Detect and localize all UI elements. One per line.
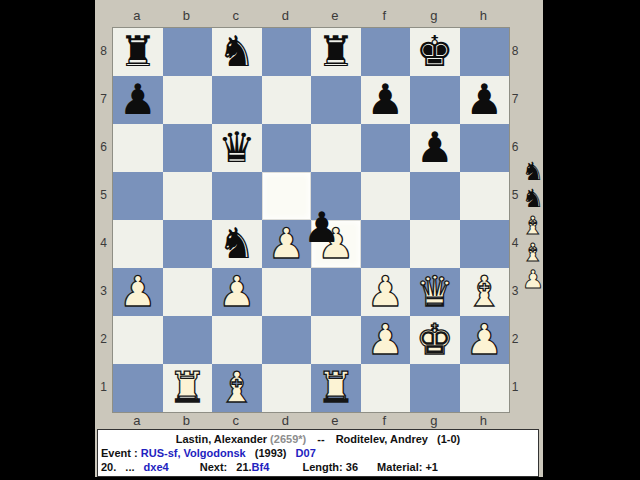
white-queen-g3[interactable]: ♛: [416, 268, 454, 316]
square-g2[interactable]: ♚: [410, 316, 460, 364]
square-e1[interactable]: ♜: [311, 364, 361, 412]
square-d6[interactable]: [262, 124, 312, 172]
eco-code: D07: [296, 447, 316, 459]
move-dots: ...: [125, 461, 134, 473]
square-g7[interactable]: [410, 76, 460, 124]
square-b7[interactable]: [163, 76, 213, 124]
file-label-e: e: [310, 8, 360, 23]
file-label-h: h: [459, 413, 509, 428]
black-rook-a8[interactable]: ♜: [119, 28, 157, 76]
square-e3[interactable]: [311, 268, 361, 316]
material-imbalance-tray: ♞♞♝♝♟: [518, 158, 548, 293]
white-king-g2[interactable]: ♚: [416, 316, 454, 364]
file-label-c: c: [211, 413, 261, 428]
black-pawn-h7[interactable]: ♟: [465, 76, 503, 124]
white-bishop-c1[interactable]: ♝: [218, 364, 256, 412]
square-a6[interactable]: [113, 124, 163, 172]
square-h4[interactable]: [460, 220, 510, 268]
square-d8[interactable]: [262, 28, 312, 76]
file-label-c: c: [211, 8, 261, 23]
square-b6[interactable]: [163, 124, 213, 172]
white-pawn-e4[interactable]: ♟: [317, 220, 355, 268]
rank-label-2: 2: [509, 315, 521, 363]
file-label-d: d: [261, 8, 311, 23]
file-label-g: g: [409, 413, 459, 428]
black-king-g8[interactable]: ♚: [416, 28, 454, 76]
square-f1[interactable]: [361, 364, 411, 412]
next-move-number: 21.: [236, 461, 251, 473]
white-pawn-f2[interactable]: ♟: [366, 316, 404, 364]
file-label-f: f: [360, 8, 410, 23]
square-e7[interactable]: [311, 76, 361, 124]
file-label-f: f: [360, 413, 410, 428]
square-c8[interactable]: ♞: [212, 28, 262, 76]
white-bishop-h3[interactable]: ♝: [465, 268, 503, 316]
square-a2[interactable]: [113, 316, 163, 364]
square-e4[interactable]: ♟: [311, 220, 361, 268]
event-line: Event : RUS-sf, Volgodonsk (1993) D07: [101, 446, 535, 460]
rank-label-7: 7: [95, 75, 112, 123]
square-f8[interactable]: [361, 28, 411, 76]
black-knight-c4[interactable]: ♞: [218, 220, 256, 268]
square-h6[interactable]: [460, 124, 510, 172]
white-pawn-a3[interactable]: ♟: [119, 268, 157, 316]
square-h1[interactable]: [460, 364, 510, 412]
game-result: (1-0): [437, 433, 460, 445]
square-a1[interactable]: [113, 364, 163, 412]
square-d5[interactable]: [262, 172, 312, 220]
square-b4[interactable]: [163, 220, 213, 268]
square-h2[interactable]: ♟: [460, 316, 510, 364]
rank-label-8: 8: [509, 27, 521, 75]
square-d3[interactable]: [262, 268, 312, 316]
square-g5[interactable]: [410, 172, 460, 220]
file-label-b: b: [162, 413, 212, 428]
tray-white-bishop-3: ♝: [522, 212, 544, 239]
square-h5[interactable]: [460, 172, 510, 220]
chess-board: ♜♞♜♚♟♟♟♛♟♞♟♟♟♟♟♛♝♟♚♟♜♝♜♟: [112, 27, 510, 413]
file-label-b: b: [162, 8, 212, 23]
square-h3[interactable]: ♝: [460, 268, 510, 316]
square-e6[interactable]: [311, 124, 361, 172]
white-player-name: Lastin, Alexander: [176, 433, 267, 445]
tray-white-pawn-5: ♟: [522, 266, 544, 293]
file-label-a: a: [112, 413, 162, 428]
rank-label-4: 4: [95, 219, 112, 267]
square-b5[interactable]: [163, 172, 213, 220]
square-d1[interactable]: [262, 364, 312, 412]
black-player-name: Roditelev, Andrey: [336, 433, 428, 445]
length-value: 36: [346, 461, 358, 473]
white-rook-e1[interactable]: ♜: [317, 364, 355, 412]
square-e8[interactable]: ♜: [311, 28, 361, 76]
square-b3[interactable]: [163, 268, 213, 316]
rank-label-3: 3: [95, 267, 112, 315]
last-move[interactable]: dxe4: [144, 461, 169, 473]
rank-label-6: 6: [95, 123, 112, 171]
rank-label-7: 7: [509, 75, 521, 123]
players-separator: --: [317, 433, 324, 445]
white-player-rating: (2659*): [270, 433, 306, 445]
length-label: Length:: [302, 461, 342, 473]
material-label: Material:: [377, 461, 422, 473]
square-f6[interactable]: [361, 124, 411, 172]
square-a5[interactable]: [113, 172, 163, 220]
next-label: Next:: [200, 461, 228, 473]
black-queen-c6[interactable]: ♛: [218, 124, 256, 172]
square-f7[interactable]: ♟: [361, 76, 411, 124]
square-f5[interactable]: [361, 172, 411, 220]
black-rook-e8[interactable]: ♜: [317, 28, 355, 76]
square-a4[interactable]: [113, 220, 163, 268]
square-h7[interactable]: ♟: [460, 76, 510, 124]
square-f4[interactable]: [361, 220, 411, 268]
rank-label-5: 5: [95, 171, 112, 219]
square-g8[interactable]: ♚: [410, 28, 460, 76]
square-h8[interactable]: [460, 28, 510, 76]
square-d2[interactable]: [262, 316, 312, 364]
square-c3[interactable]: ♟: [212, 268, 262, 316]
square-a8[interactable]: ♜: [113, 28, 163, 76]
event-label: Event :: [101, 447, 138, 459]
square-b2[interactable]: [163, 316, 213, 364]
file-label-a: a: [112, 8, 162, 23]
square-c4[interactable]: ♞: [212, 220, 262, 268]
square-c7[interactable]: [212, 76, 262, 124]
square-g6[interactable]: ♟: [410, 124, 460, 172]
file-labels-bottom: abcdefgh: [112, 412, 508, 428]
square-c6[interactable]: ♛: [212, 124, 262, 172]
black-knight-c8[interactable]: ♞: [218, 28, 256, 76]
square-f3[interactable]: ♟: [361, 268, 411, 316]
rank-labels-left: 87654321: [95, 27, 112, 411]
file-label-h: h: [459, 8, 509, 23]
white-pawn-h2[interactable]: ♟: [465, 316, 503, 364]
square-d4[interactable]: ♟: [262, 220, 312, 268]
event-year: (1993): [255, 447, 287, 459]
square-c2[interactable]: [212, 316, 262, 364]
square-b1[interactable]: ♜: [163, 364, 213, 412]
rank-label-1: 1: [95, 363, 112, 411]
white-pawn-c3[interactable]: ♟: [218, 268, 256, 316]
chess-app-screen: abcdefgh 87654321 ♜♞♜♚♟♟♟♛♟♞♟♟♟♟♟♛♝♟♚♟♜♝…: [0, 0, 640, 480]
square-d7[interactable]: [262, 76, 312, 124]
black-pawn-a7[interactable]: ♟: [119, 76, 157, 124]
black-pawn-g6[interactable]: ♟: [416, 124, 454, 172]
black-pawn-f7[interactable]: ♟: [366, 76, 404, 124]
square-e2[interactable]: [311, 316, 361, 364]
white-pawn-f3[interactable]: ♟: [366, 268, 404, 316]
rank-label-2: 2: [95, 315, 112, 363]
file-label-e: e: [310, 413, 360, 428]
next-move[interactable]: Bf4: [252, 461, 270, 473]
event-name: RUS-sf, Volgodonsk: [141, 447, 246, 459]
square-a3[interactable]: ♟: [113, 268, 163, 316]
square-c1[interactable]: ♝: [212, 364, 262, 412]
file-labels-top: abcdefgh: [112, 0, 508, 27]
file-label-d: d: [261, 413, 311, 428]
file-label-g: g: [409, 8, 459, 23]
square-g3[interactable]: ♛: [410, 268, 460, 316]
material-value: +1: [425, 461, 438, 473]
tray-white-bishop-4: ♝: [522, 239, 544, 266]
tray-black-knight-1: ♞: [522, 158, 544, 185]
square-e5[interactable]: [311, 172, 361, 220]
board-area: abcdefgh 87654321 ♜♞♜♚♟♟♟♛♟♞♟♟♟♟♟♛♝♟♚♟♜♝…: [95, 0, 543, 480]
rank-label-8: 8: [95, 27, 112, 75]
square-b8[interactable]: [163, 28, 213, 76]
move-number: 20.: [101, 461, 116, 473]
square-c5[interactable]: [212, 172, 262, 220]
white-rook-b1[interactable]: ♜: [168, 364, 206, 412]
square-g1[interactable]: [410, 364, 460, 412]
square-g4[interactable]: [410, 220, 460, 268]
move-line: 20. ... dxe4 Next: 21.Bf4 Length: 36 Mat…: [101, 460, 535, 474]
square-a7[interactable]: ♟: [113, 76, 163, 124]
white-pawn-d4[interactable]: ♟: [267, 220, 305, 268]
tray-black-knight-2: ♞: [522, 185, 544, 212]
square-f2[interactable]: ♟: [361, 316, 411, 364]
rank-label-1: 1: [509, 363, 521, 411]
game-info-panel: Lastin, Alexander (2659*) -- Roditelev, …: [97, 429, 539, 477]
players-line: Lastin, Alexander (2659*) -- Roditelev, …: [101, 432, 535, 446]
